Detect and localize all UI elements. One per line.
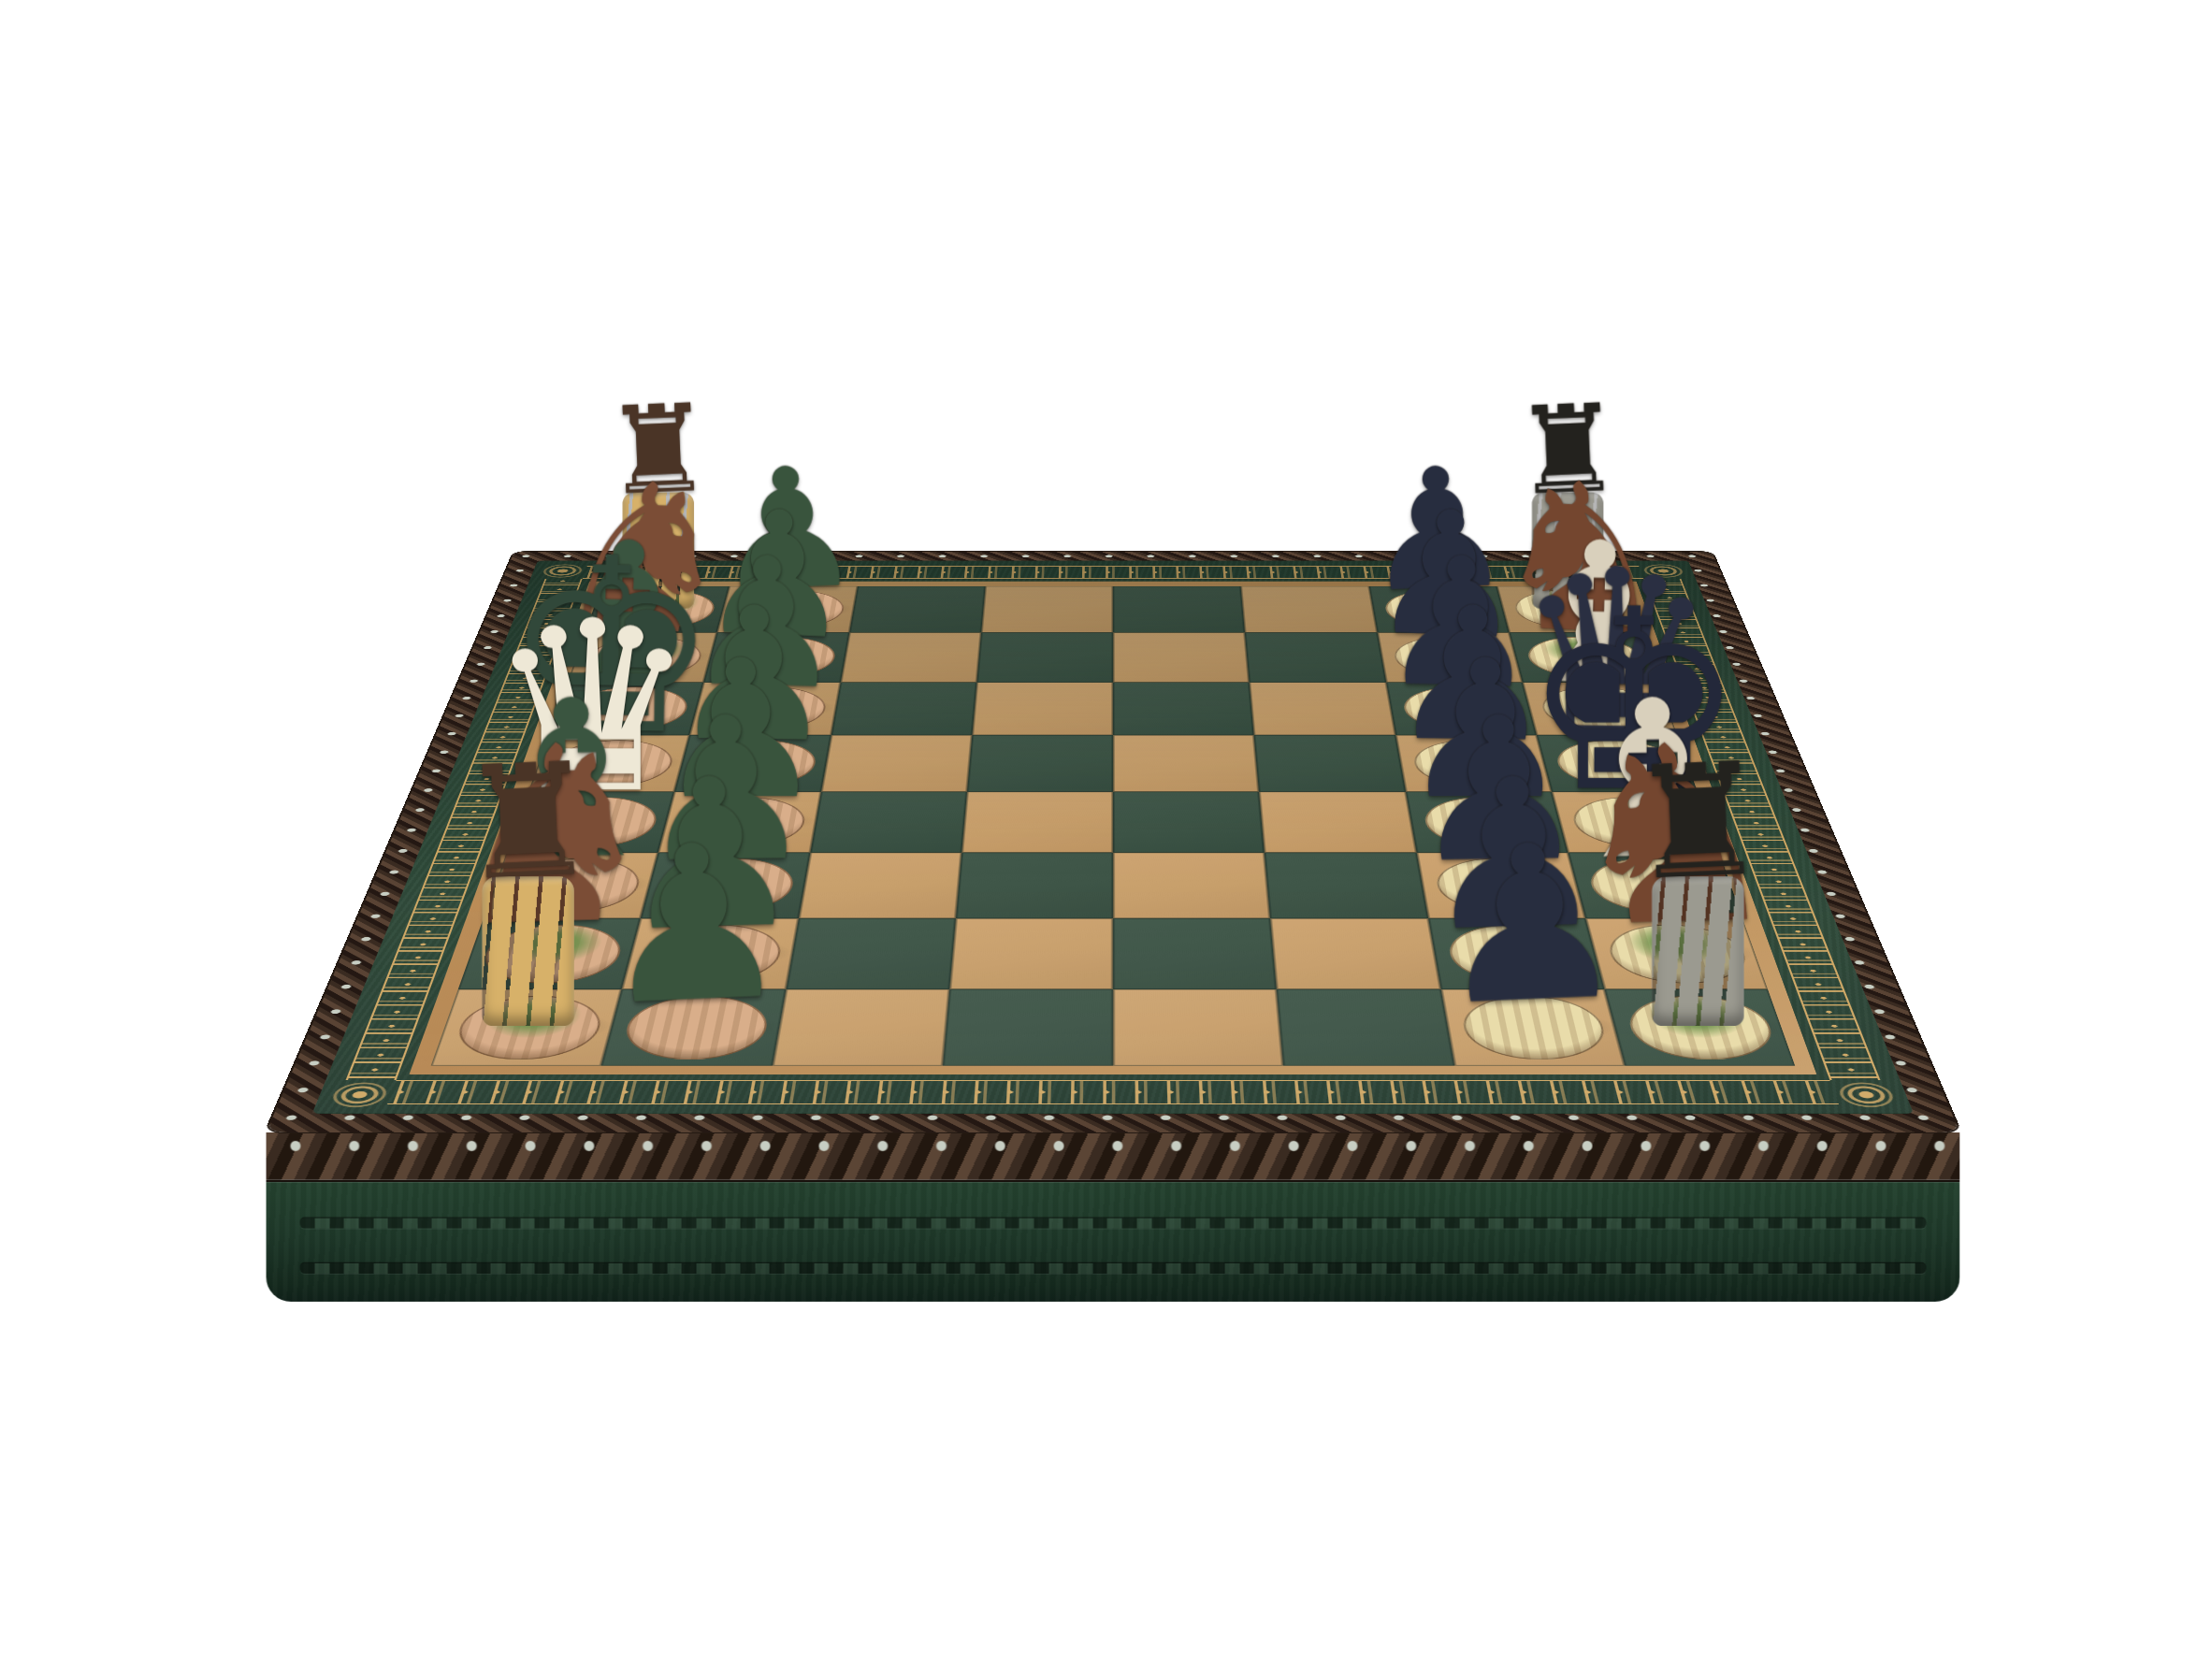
chess-set-photo: ♜♟♜♟♞♟♞♟♝♟♝♟♚♟♛♟♛♟♚♟♝♟♝♟♞♟♞♟♜♟♜♟ [0,0,2212,1658]
pawn-glyph: ♟ [595,819,795,1031]
box-front-face [267,1132,1960,1302]
square-h5 [1113,586,1245,633]
square-f5 [1113,682,1254,735]
square-f4 [972,682,1113,735]
square-h4 [981,586,1113,633]
square-d5 [1113,792,1265,853]
square-c4 [956,853,1113,918]
arabesque-band-near [387,1080,1839,1104]
pawn-glyph: ♟ [1431,819,1631,1031]
embossed-band [300,1263,1926,1274]
arabesque-band-far [583,566,1644,579]
corner-rosette [1835,1082,1898,1107]
piece-white-pawn-a2: ♟ [578,806,814,1027]
braid-trim-front [267,1132,1960,1182]
corner-rosette [328,1082,391,1107]
square-b4 [949,918,1113,989]
square-c5 [1113,853,1270,918]
square-g4 [976,633,1113,683]
square-d4 [961,792,1113,853]
square-g5 [1113,633,1250,683]
piece-black-pawn-a7: ♟ [1413,806,1649,1027]
square-a4 [943,989,1113,1066]
square-e5 [1113,735,1259,792]
embossed-band [300,1218,1926,1228]
square-a5 [1113,989,1283,1066]
square-b5 [1113,918,1277,989]
chess-board: ♜♟♜♟♞♟♞♟♝♟♝♟♚♟♛♟♛♟♚♟♝♟♝♟♞♟♞♟♜♟♜♟ [267,552,1960,1132]
square-e4 [967,735,1113,792]
box-front-leather [267,1182,1960,1302]
